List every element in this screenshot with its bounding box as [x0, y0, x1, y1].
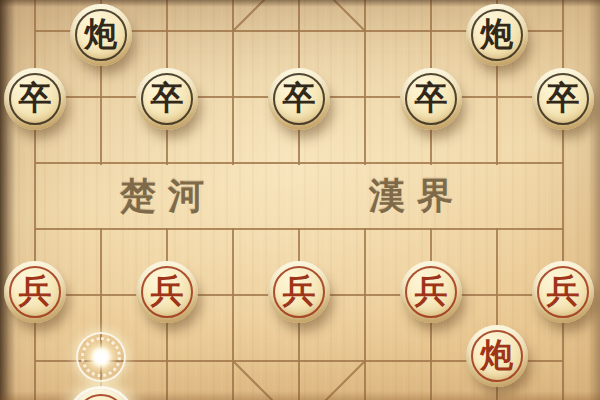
piece-glyph: 兵 — [19, 275, 52, 308]
board-left-edge-shadow — [0, 0, 16, 400]
piece-glyph: 卒 — [19, 82, 52, 115]
xiangqi-board[interactable]: 楚河 漢界 炮炮卒卒卒卒卒兵兵兵兵炮兵炮 — [0, 0, 600, 400]
piece-black-pawn[interactable]: 卒 — [532, 68, 594, 130]
grid-line — [298, 0, 366, 32]
piece-black-pawn[interactable]: 卒 — [136, 68, 198, 130]
piece-glyph: 兵 — [547, 275, 580, 308]
last-move-origin-marker — [76, 332, 126, 382]
grid-line — [298, 360, 366, 400]
piece-red-pawn[interactable]: 兵 — [268, 261, 330, 323]
piece-glyph: 炮 — [481, 339, 514, 372]
river-label-han-jie: 漢界 — [369, 172, 465, 221]
piece-red-pawn[interactable]: 兵 — [400, 261, 462, 323]
piece-black-cannon[interactable]: 炮 — [70, 4, 132, 66]
piece-glyph: 卒 — [415, 82, 448, 115]
piece-ring — [75, 394, 127, 400]
board-right-edge-shadow — [589, 0, 600, 400]
piece-black-pawn[interactable]: 卒 — [400, 68, 462, 130]
piece-glyph: 兵 — [283, 275, 316, 308]
grid-line — [34, 0, 36, 400]
piece-red-pawn[interactable]: 兵 — [4, 261, 66, 323]
grid-line — [364, 0, 366, 165]
piece-glyph: 卒 — [547, 82, 580, 115]
piece-glyph: 兵 — [415, 275, 448, 308]
piece-black-pawn[interactable]: 卒 — [268, 68, 330, 130]
piece-black-pawn[interactable]: 卒 — [4, 68, 66, 130]
grid-line — [364, 228, 366, 400]
piece-black-cannon[interactable]: 炮 — [466, 4, 528, 66]
piece-red-cannon[interactable]: 炮 — [466, 325, 528, 387]
piece-glyph: 卒 — [151, 82, 184, 115]
piece-glyph: 炮 — [85, 18, 118, 51]
grid-line — [232, 0, 300, 32]
piece-glyph: 卒 — [283, 82, 316, 115]
piece-red-pawn[interactable]: 兵 — [136, 261, 198, 323]
grid-line — [232, 360, 300, 400]
piece-red-pawn[interactable]: 兵 — [532, 261, 594, 323]
grid-line — [562, 0, 564, 400]
river-label-chu-he: 楚河 — [120, 172, 216, 221]
grid-line — [232, 0, 234, 165]
piece-glyph: 炮 — [481, 18, 514, 51]
grid-line — [232, 228, 234, 400]
piece-glyph: 兵 — [151, 275, 184, 308]
